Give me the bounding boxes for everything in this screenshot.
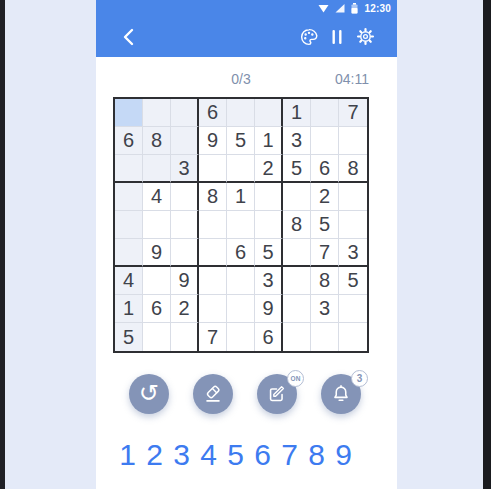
cell-r1c4[interactable]: 6 [199, 99, 227, 127]
numpad-8[interactable]: 8 [303, 439, 330, 471]
cell-r1c6[interactable] [255, 99, 283, 127]
cell-r9c3[interactable] [171, 323, 199, 351]
cell-r6c4[interactable] [199, 239, 227, 267]
cell-r3c9[interactable]: 8 [339, 155, 367, 183]
cell-r6c3[interactable] [171, 239, 199, 267]
pencil-square-icon [266, 383, 288, 405]
cell-r3c2[interactable] [143, 155, 171, 183]
cell-r8c3[interactable]: 2 [171, 295, 199, 323]
notes-on-badge: ON [287, 370, 304, 387]
cell-r9c2[interactable] [143, 323, 171, 351]
cell-r6c8[interactable]: 7 [311, 239, 339, 267]
screen-edge-right [483, 0, 491, 489]
cell-r8c6[interactable]: 9 [255, 295, 283, 323]
palette-icon[interactable] [298, 25, 320, 49]
mistakes-counter: 0/3 [113, 66, 369, 92]
cell-r3c1[interactable] [115, 155, 143, 183]
cell-r2c7[interactable]: 3 [283, 127, 311, 155]
hint-count-badge: 3 [351, 370, 368, 387]
numpad-5[interactable]: 5 [222, 439, 249, 471]
cell-r2c3[interactable] [171, 127, 199, 155]
cell-r3c4[interactable] [199, 155, 227, 183]
numpad-3[interactable]: 3 [168, 439, 195, 471]
cell-r7c1[interactable]: 4 [115, 267, 143, 295]
cell-r8c8[interactable]: 3 [311, 295, 339, 323]
cell-r2c6[interactable]: 1 [255, 127, 283, 155]
cell-r9c6[interactable]: 6 [255, 323, 283, 351]
numpad-4[interactable]: 4 [195, 439, 222, 471]
cell-r2c5[interactable]: 5 [227, 127, 255, 155]
cell-r9c1[interactable]: 5 [115, 323, 143, 351]
game-timer: 04:11 [335, 66, 369, 92]
nav-row [96, 16, 397, 57]
cell-r4c4[interactable]: 8 [199, 183, 227, 211]
cell-r4c9[interactable] [339, 183, 367, 211]
cell-r3c5[interactable] [227, 155, 255, 183]
cell-r5c9[interactable] [339, 211, 367, 239]
cell-r3c8[interactable]: 6 [311, 155, 339, 183]
numpad-7[interactable]: 7 [276, 439, 303, 471]
cell-r2c1[interactable]: 6 [115, 127, 143, 155]
cell-r8c1[interactable]: 1 [115, 295, 143, 323]
cell-r9c7[interactable] [283, 323, 311, 351]
cell-r5c8[interactable]: 5 [311, 211, 339, 239]
numpad-9[interactable]: 9 [330, 439, 357, 471]
cell-r5c3[interactable] [171, 211, 199, 239]
action-toolbar: ↺ ON [129, 374, 397, 414]
cell-signal-icon [335, 4, 345, 13]
cell-r6c5[interactable]: 6 [227, 239, 255, 267]
number-pad: 123456789 [114, 439, 397, 471]
eraser-icon [202, 383, 224, 405]
cell-r8c2[interactable]: 6 [143, 295, 171, 323]
cell-r1c9[interactable]: 7 [339, 99, 367, 127]
cell-r2c9[interactable] [339, 127, 367, 155]
bell-icon [330, 383, 352, 405]
cell-r6c7[interactable] [283, 239, 311, 267]
pause-icon[interactable] [326, 25, 348, 49]
status-time: 12:30 [364, 3, 391, 14]
cell-r8c4[interactable] [199, 295, 227, 323]
cell-r2c2[interactable]: 8 [143, 127, 171, 155]
back-arrow-icon[interactable] [117, 25, 139, 49]
cell-r5c2[interactable] [143, 211, 171, 239]
cell-r2c4[interactable]: 9 [199, 127, 227, 155]
phone-screen: 12:30 [96, 0, 397, 489]
numpad-6[interactable]: 6 [249, 439, 276, 471]
erase-button[interactable] [193, 374, 233, 414]
battery-icon [351, 3, 358, 14]
notes-button[interactable]: ON [257, 374, 297, 414]
cell-r3c7[interactable]: 5 [283, 155, 311, 183]
cell-r7c9[interactable]: 5 [339, 267, 367, 295]
cell-r5c6[interactable] [255, 211, 283, 239]
cell-r4c7[interactable] [283, 183, 311, 211]
wifi-icon [318, 4, 329, 13]
cell-r1c8[interactable] [311, 99, 339, 127]
cell-r5c4[interactable] [199, 211, 227, 239]
cell-r9c8[interactable] [311, 323, 339, 351]
cell-r5c1[interactable] [115, 211, 143, 239]
cell-r4c2[interactable]: 4 [143, 183, 171, 211]
cell-r1c1[interactable] [115, 99, 143, 127]
cell-r7c3[interactable]: 9 [171, 267, 199, 295]
cell-r4c3[interactable] [171, 183, 199, 211]
screen-edge-left [0, 0, 5, 489]
cell-r6c9[interactable]: 3 [339, 239, 367, 267]
cell-r5c5[interactable] [227, 211, 255, 239]
cell-r4c6[interactable] [255, 183, 283, 211]
hint-button[interactable]: 3 [321, 374, 361, 414]
cell-r7c2[interactable] [143, 267, 171, 295]
cell-r1c2[interactable] [143, 99, 171, 127]
numpad-2[interactable]: 2 [141, 439, 168, 471]
cell-r6c1[interactable] [115, 239, 143, 267]
undo-button[interactable]: ↺ [129, 374, 169, 414]
cell-r7c4[interactable] [199, 267, 227, 295]
cell-r9c5[interactable] [227, 323, 255, 351]
cell-r4c1[interactable] [115, 183, 143, 211]
cell-r9c4[interactable]: 7 [199, 323, 227, 351]
cell-r1c3[interactable] [171, 99, 199, 127]
sudoku-board: 61768951332568481285965734938516293576 [113, 97, 397, 353]
cell-r5c7[interactable]: 8 [283, 211, 311, 239]
cell-r6c2[interactable]: 9 [143, 239, 171, 267]
cell-r8c5[interactable] [227, 295, 255, 323]
cell-r2c8[interactable] [311, 127, 339, 155]
game-status-row: 0/3 04:11 [113, 66, 369, 92]
cell-r7c7[interactable] [283, 267, 311, 295]
undo-icon: ↺ [139, 381, 159, 405]
status-bar: 12:30 [96, 0, 397, 16]
sudoku-grid: 61768951332568481285965734938516293576 [113, 97, 369, 353]
cell-r3c6[interactable]: 2 [255, 155, 283, 183]
cell-r8c9[interactable] [339, 295, 367, 323]
app-bar: 12:30 [96, 0, 397, 57]
gear-icon[interactable] [354, 25, 376, 49]
cell-r7c5[interactable] [227, 267, 255, 295]
cell-r7c6[interactable]: 3 [255, 267, 283, 295]
cell-r3c3[interactable]: 3 [171, 155, 199, 183]
cell-r4c5[interactable]: 1 [227, 183, 255, 211]
cell-r8c7[interactable] [283, 295, 311, 323]
cell-r1c7[interactable]: 1 [283, 99, 311, 127]
cell-r6c6[interactable]: 5 [255, 239, 283, 267]
cell-r1c5[interactable] [227, 99, 255, 127]
cell-r7c8[interactable]: 8 [311, 267, 339, 295]
cell-r9c9[interactable] [339, 323, 367, 351]
cell-r4c8[interactable]: 2 [311, 183, 339, 211]
numpad-1[interactable]: 1 [114, 439, 141, 471]
